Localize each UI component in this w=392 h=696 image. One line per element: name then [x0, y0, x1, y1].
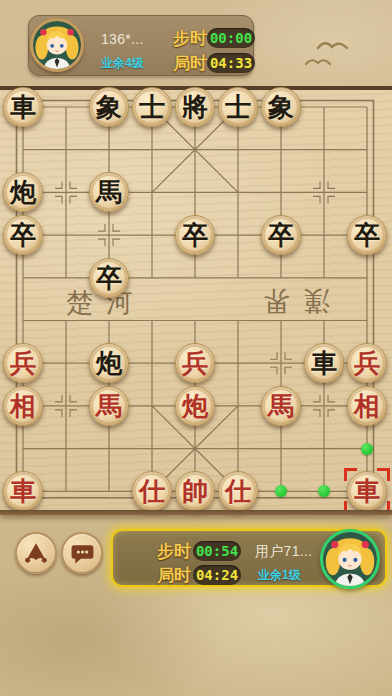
- piece-character: 炮: [96, 350, 122, 376]
- piece-black-soldier[interactable]: 卒: [261, 215, 301, 255]
- piece-black-advisor[interactable]: 士: [132, 87, 172, 127]
- board-frame-bottom: [0, 510, 392, 515]
- piece-red-soldier[interactable]: 兵: [175, 343, 215, 383]
- piece-character: 仕: [139, 478, 165, 504]
- piece-character: 卒: [268, 222, 294, 248]
- bottom-move-time-value: 00:54: [196, 543, 238, 559]
- piece-character: 馬: [268, 393, 294, 419]
- piece-black-soldier[interactable]: 卒: [347, 215, 387, 255]
- piece-black-general[interactable]: 將: [175, 87, 215, 127]
- top-move-time-label: 步时: [173, 27, 207, 50]
- avatar-illustration: [33, 21, 81, 69]
- piece-red-horse[interactable]: 馬: [89, 386, 129, 426]
- piece-red-elephant[interactable]: 相: [347, 386, 387, 426]
- piece-black-cannon[interactable]: 炮: [89, 343, 129, 383]
- bottom-game-time-value: 04:24: [196, 567, 238, 583]
- selection-marker: [344, 468, 390, 514]
- avatar-illustration: [323, 532, 377, 586]
- piece-black-soldier[interactable]: 卒: [175, 215, 215, 255]
- piece-character: 仕: [225, 478, 251, 504]
- piece-character: 士: [139, 94, 165, 120]
- bottom-player-rank: 业余1级: [258, 567, 301, 584]
- piece-character: 卒: [182, 222, 208, 248]
- bottom-game-time-pill: 04:24: [193, 565, 241, 585]
- piece-character: 將: [182, 94, 208, 120]
- piece-character: 象: [96, 94, 122, 120]
- bird-doodles-decoration: [300, 36, 370, 72]
- top-move-time-pill: 00:00: [207, 28, 255, 48]
- piece-character: 卒: [10, 222, 36, 248]
- bottom-move-time-pill: 00:54: [193, 541, 241, 561]
- piece-character: 卒: [96, 265, 122, 291]
- piece-red-soldier[interactable]: 兵: [3, 343, 43, 383]
- piece-black-advisor[interactable]: 士: [218, 87, 258, 127]
- piece-character: 車: [311, 350, 337, 376]
- piece-red-horse[interactable]: 馬: [261, 386, 301, 426]
- river-label-right: 漢界: [250, 286, 330, 317]
- bottom-move-time-label: 步时: [157, 540, 191, 563]
- top-game-time-label: 局时: [173, 52, 207, 75]
- top-game-time-pill: 04:33: [207, 53, 255, 73]
- piece-character: 車: [10, 478, 36, 504]
- piece-black-rook[interactable]: 車: [304, 343, 344, 383]
- piece-red-soldier[interactable]: 兵: [347, 343, 387, 383]
- bottom-player-name: 用户71...: [255, 543, 312, 561]
- piece-character: 象: [268, 94, 294, 120]
- top-player-avatar[interactable]: [30, 18, 84, 72]
- chat-bubble-icon: [70, 541, 95, 566]
- board-grid: 楚河 漢界: [0, 90, 392, 510]
- top-player-rank: 业余4级: [101, 55, 144, 72]
- piece-character: 炮: [10, 179, 36, 205]
- mountain-icon: [23, 540, 49, 566]
- piece-black-rook[interactable]: 車: [3, 87, 43, 127]
- bottom-player-avatar[interactable]: [320, 529, 380, 589]
- xiangqi-board[interactable]: 楚河 漢界 車象士將士象炮馬卒卒卒卒卒炮車兵兵兵相馬炮馬相車仕帥仕車: [0, 90, 392, 510]
- top-game-time-value: 04:33: [210, 55, 252, 71]
- piece-black-elephant[interactable]: 象: [89, 87, 129, 127]
- piece-character: 炮: [182, 393, 208, 419]
- piece-black-soldier[interactable]: 卒: [3, 215, 43, 255]
- piece-character: 車: [10, 94, 36, 120]
- piece-character: 帥: [182, 478, 208, 504]
- piece-black-soldier[interactable]: 卒: [89, 258, 129, 298]
- piece-character: 卒: [354, 222, 380, 248]
- chat-button[interactable]: [61, 532, 103, 574]
- move-hint-dot[interactable]: [361, 443, 373, 455]
- top-player-name: 136*...: [101, 31, 144, 47]
- piece-character: 士: [225, 94, 251, 120]
- piece-red-elephant[interactable]: 相: [3, 386, 43, 426]
- menu-button[interactable]: [15, 532, 57, 574]
- piece-character: 兵: [354, 350, 380, 376]
- piece-character: 相: [354, 393, 380, 419]
- piece-character: 馬: [96, 179, 122, 205]
- piece-red-cannon[interactable]: 炮: [175, 386, 215, 426]
- top-move-time-value: 00:00: [210, 30, 252, 46]
- piece-character: 相: [10, 393, 36, 419]
- piece-black-elephant[interactable]: 象: [261, 87, 301, 127]
- piece-character: 兵: [10, 350, 36, 376]
- piece-character: 兵: [182, 350, 208, 376]
- bottom-game-time-label: 局时: [157, 564, 191, 587]
- piece-character: 馬: [96, 393, 122, 419]
